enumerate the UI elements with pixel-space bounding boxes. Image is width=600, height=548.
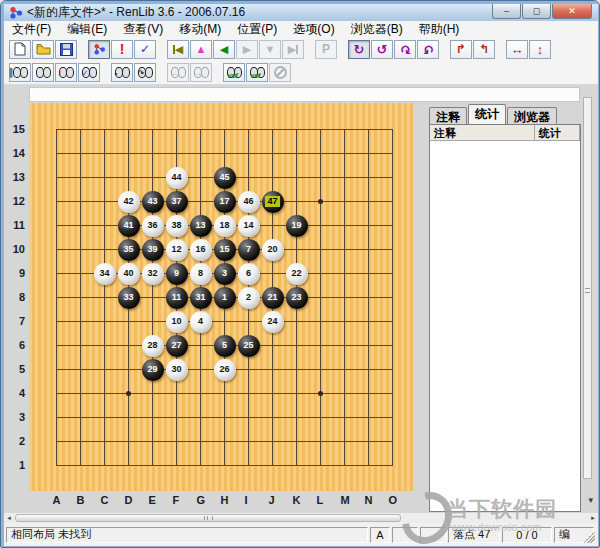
stone-black-23-K8: 23 — [286, 287, 308, 309]
search-position-in-library-button[interactable]: ▌ — [9, 63, 31, 82]
search-continue-button[interactable]: ↷ — [134, 63, 156, 82]
close-button[interactable]: ✕ — [552, 4, 592, 19]
rot-cw-icon: ↻ — [354, 43, 365, 56]
row-label-11: 11 — [5, 219, 25, 231]
menu-item-0[interactable]: 文件(F) — [4, 20, 59, 39]
stone-white-34-C9: 34 — [94, 263, 116, 285]
menu-item-5[interactable]: 选项(O) — [285, 20, 342, 39]
stone-black-27-F6: 27 — [166, 335, 188, 357]
row-label-13: 13 — [5, 171, 25, 183]
to-end-button: ▶ — [282, 40, 304, 59]
panel-list: 注释统计 — [429, 124, 581, 512]
nav-end-icon: ▶ — [288, 44, 298, 55]
status-cell-empty1 — [392, 527, 418, 543]
tri-left-icon: ◀ — [220, 44, 228, 55]
stone-white-6-I9: 6 — [238, 263, 260, 285]
branch-down-button: ▼ — [259, 40, 281, 59]
status-bar: 相同布局 未找到 A 落点 47 0 / 0 编 — [4, 523, 598, 546]
stop-icon — [274, 66, 287, 79]
col-label-O: O — [389, 494, 398, 506]
back-move-button[interactable]: ◀ — [213, 40, 235, 59]
row-label-6: 6 — [5, 339, 25, 351]
rotate-180-button[interactable]: ↻ — [394, 40, 416, 59]
panel-tabs: 注释统计浏览器 — [429, 105, 558, 124]
stone-white-30-F5: 30 — [166, 359, 188, 381]
grid-line-v — [344, 129, 345, 466]
menu-item-7[interactable]: 帮助(H) — [411, 20, 468, 39]
open-library-button[interactable] — [32, 40, 54, 59]
status-cell-move-number: 落点 47 — [448, 527, 500, 543]
row-label-5: 5 — [5, 363, 25, 375]
tri-down-icon: ▼ — [265, 44, 276, 55]
rotate-90-ccw-button[interactable]: ↺ — [371, 40, 393, 59]
list-header-1[interactable]: 统计 — [535, 125, 580, 140]
grid-line-h — [56, 441, 393, 442]
stone-black-19-K11: 19 — [286, 215, 308, 237]
stone-white-10-F7: 10 — [166, 311, 188, 333]
star-point-L12 — [318, 199, 323, 204]
stone-black-21-J8: 21 — [262, 287, 284, 309]
col-label-F: F — [173, 494, 180, 506]
col-label-M: M — [341, 494, 350, 506]
stone-black-13-G11: 13 — [190, 215, 212, 237]
grid-line-h — [56, 465, 393, 466]
row-label-10: 10 — [5, 243, 25, 255]
flip-horizontal-button[interactable]: ↔ — [506, 40, 528, 59]
search-all-positions-button[interactable]: • — [111, 63, 133, 82]
stone-white-46-I12: 46 — [238, 191, 260, 213]
app-icon — [9, 6, 23, 19]
search-previous-button: ← — [167, 63, 189, 82]
scrollbar-grip — [585, 288, 590, 293]
comment-strip — [29, 87, 580, 102]
folder-icon — [36, 43, 51, 55]
star-point-D4 — [126, 391, 131, 396]
resize-grip[interactable] — [583, 531, 595, 543]
branch-up-button[interactable]: ▲ — [190, 40, 212, 59]
tree-icon — [93, 43, 106, 55]
tab-comment[interactable]: 注释 — [429, 107, 467, 124]
check-icon: ✓ — [140, 43, 150, 55]
panel-list-body[interactable] — [430, 141, 580, 511]
tab-statistics[interactable]: 统计 — [468, 104, 506, 124]
stone-black-15-H10: 15 — [214, 239, 236, 261]
game-board[interactable]: 1234567891011121314151617181920212223242… — [29, 103, 413, 491]
stone-black-1-H8: 1 — [214, 287, 236, 309]
grid-line-v — [368, 129, 369, 466]
menu-bar: 文件(F)编辑(E)查看(V)移动(M)位置(P)选项(O)浏览器(B)帮助(H… — [4, 21, 598, 39]
binoculars-icon: • — [115, 67, 130, 77]
stone-white-36-E11: 36 — [142, 215, 164, 237]
bend-left-icon: ↰ — [479, 43, 489, 55]
search-position-button[interactable] — [32, 63, 54, 82]
stone-black-45-H13: 45 — [214, 167, 236, 189]
row-label-3: 3 — [5, 411, 25, 423]
view-library-tree-button[interactable] — [88, 40, 110, 59]
col-label-E: E — [149, 494, 156, 506]
stone-white-4-G7: 4 — [190, 311, 212, 333]
binoculars-icon: → — [194, 67, 209, 77]
floppy-icon — [60, 43, 73, 56]
grid-line-h — [56, 417, 393, 418]
col-label-K: K — [293, 494, 301, 506]
stone-white-44-F13: 44 — [166, 167, 188, 189]
new-library-button[interactable] — [9, 40, 31, 59]
stone-white-2-I8: 2 — [238, 287, 260, 309]
stone-white-20-J10: 20 — [262, 239, 284, 261]
mark-bad-move-button[interactable]: ! — [111, 40, 133, 59]
stone-white-26-H5: 26 — [214, 359, 236, 381]
tab-browser[interactable]: 浏览器 — [507, 107, 557, 124]
save-library-button[interactable] — [55, 40, 77, 59]
row-label-9: 9 — [5, 267, 25, 279]
flip-h-icon: ↔ — [511, 43, 524, 56]
stone-white-40-D9: 40 — [118, 263, 140, 285]
stone-black-47-J12: 47 — [262, 191, 284, 213]
row-label-2: 2 — [5, 435, 25, 447]
stone-white-22-K9: 22 — [286, 263, 308, 285]
minimize-button[interactable]: – — [492, 4, 521, 19]
row-label-15: 15 — [5, 123, 25, 135]
menu-item-1[interactable]: 编辑(E) — [59, 20, 115, 39]
scrollbar-thumb[interactable] — [15, 514, 401, 522]
stone-black-17-H12: 17 — [214, 191, 236, 213]
row-label-7: 7 — [5, 315, 25, 327]
rotate-90-cw-button[interactable]: ↻ — [348, 40, 370, 59]
letter-p-icon: P — [322, 43, 330, 55]
search-vct-button[interactable]: vct — [246, 63, 268, 82]
search-good-moves-button[interactable]: ✓ — [78, 63, 100, 82]
mark-good-move-button[interactable]: ✓ — [134, 40, 156, 59]
stone-black-39-E10: 39 — [142, 239, 164, 261]
binoculars-icon: ▌ — [13, 67, 28, 77]
stone-black-11-F8: 11 — [166, 287, 188, 309]
app-window: <新的库文件>* - RenLib 3.6 - 2006.07.16 – ◻ ✕… — [0, 0, 600, 548]
grid-line-v — [392, 129, 393, 466]
col-label-C: C — [101, 494, 109, 506]
row-label-1: 1 — [5, 459, 25, 471]
binoculars-icon: ! — [59, 67, 74, 77]
rot-270-icon: ↺ — [423, 43, 434, 56]
tri-up-icon: ▲ — [196, 44, 207, 55]
binoculars-icon: ↷ — [138, 67, 153, 77]
menu-item-2[interactable]: 查看(V) — [115, 20, 171, 39]
menu-item-6[interactable]: 浏览器(B) — [343, 20, 411, 39]
exclaim-icon: ! — [120, 42, 125, 56]
col-label-D: D — [125, 494, 133, 506]
stone-white-8-G9: 8 — [190, 263, 212, 285]
col-label-A: A — [53, 494, 61, 506]
grid-line-h — [56, 393, 393, 394]
flip-diagonal-right-button[interactable]: ↱ — [450, 40, 472, 59]
toolbar-main: !✓◀▲◀▶▼▶P↻↺↻↺↱↰↔↕ — [4, 38, 598, 60]
pass-move-button: P — [315, 40, 337, 59]
forward-move-button: ▶ — [236, 40, 258, 59]
panel-list-header: 注释统计 — [430, 125, 580, 141]
rot-ccw-icon: ↺ — [377, 43, 388, 56]
caption-buttons: – ◻ ✕ — [491, 4, 592, 19]
stone-white-12-F10: 12 — [166, 239, 188, 261]
stone-black-5-H6: 5 — [214, 335, 236, 357]
stone-black-37-F12: 37 — [166, 191, 188, 213]
search-bad-moves-button[interactable]: ! — [55, 63, 77, 82]
scroll-left-arrow[interactable]: ◂ — [4, 513, 14, 523]
rotate-270-button[interactable]: ↺ — [417, 40, 439, 59]
status-message: 相同布局 未找到 — [6, 527, 368, 543]
star-point-L4 — [318, 391, 323, 396]
maximize-button[interactable]: ◻ — [522, 4, 551, 19]
stone-white-14-I11: 14 — [238, 215, 260, 237]
grid-line-h — [56, 321, 393, 322]
binoculars-icon: ✓ — [82, 67, 97, 77]
flip-vertical-button[interactable]: ↕ — [529, 40, 551, 59]
flip-diagonal-left-button[interactable]: ↰ — [473, 40, 495, 59]
stone-black-41-D11: 41 — [118, 215, 140, 237]
scroll-right-arrow[interactable]: ▸ — [588, 513, 598, 523]
binoculars-icon: vct — [250, 67, 265, 77]
binoculars-icon: ← — [171, 67, 186, 77]
stone-black-29-E5: 29 — [142, 359, 164, 381]
search-next-button: → — [190, 63, 212, 82]
scrollbar-thumb-grip — [204, 516, 213, 520]
stone-black-33-D8: 33 — [118, 287, 140, 309]
stone-white-24-J7: 24 — [262, 311, 284, 333]
stone-white-18-H11: 18 — [214, 215, 236, 237]
col-label-N: N — [365, 494, 373, 506]
row-label-14: 14 — [5, 147, 25, 159]
col-label-J: J — [269, 494, 275, 506]
right-panel: 注释统计浏览器 注释统计 — [429, 105, 580, 512]
stone-black-35-D10: 35 — [118, 239, 140, 261]
row-label-12: 12 — [5, 195, 25, 207]
stop-search-button — [269, 63, 291, 82]
stone-white-32-E9: 32 — [142, 263, 164, 285]
stone-white-16-G10: 16 — [190, 239, 212, 261]
binoculars-icon — [36, 67, 51, 77]
stone-black-31-G8: 31 — [190, 287, 212, 309]
search-vcf-button[interactable]: vcf — [223, 63, 245, 82]
status-cell-counter: 0 / 0 — [502, 527, 552, 543]
stone-white-28-E6: 28 — [142, 335, 164, 357]
binoculars-icon: vcf — [227, 67, 242, 77]
nav-start-icon: ◀ — [173, 44, 183, 55]
stone-black-43-E12: 43 — [142, 191, 164, 213]
vertical-scrollbar[interactable] — [583, 97, 592, 479]
horizontal-scrollbar[interactable]: ◂ ▸ — [4, 513, 598, 523]
stone-black-25-I6: 25 — [238, 335, 260, 357]
row-label-8: 8 — [5, 291, 25, 303]
menu-item-4[interactable]: 位置(P) — [229, 20, 285, 39]
window-title: <新的库文件>* - RenLib 3.6 - 2006.07.16 — [27, 4, 245, 21]
tri-right-icon: ▶ — [243, 44, 251, 55]
flip-v-icon: ↕ — [537, 43, 544, 56]
stone-black-3-H9: 3 — [214, 263, 236, 285]
stone-white-42-D12: 42 — [118, 191, 140, 213]
stone-black-7-I10: 7 — [238, 239, 260, 261]
status-cell-empty2 — [420, 527, 446, 543]
toolbar-search: ▌!✓•↷←→vcfvct — [4, 60, 598, 85]
status-cell-mode: A — [370, 527, 390, 543]
to-start-button[interactable]: ◀ — [167, 40, 189, 59]
page-icon — [14, 42, 26, 56]
col-label-G: G — [197, 494, 206, 506]
col-label-B: B — [77, 494, 85, 506]
col-label-I: I — [245, 494, 248, 506]
stone-black-9-F9: 9 — [166, 263, 188, 285]
col-label-L: L — [317, 494, 324, 506]
rot-180-icon: ↻ — [400, 43, 411, 56]
client-area: 1234567891011121314151617181920212223242… — [4, 85, 598, 513]
stone-white-38-F11: 38 — [166, 215, 188, 237]
row-label-4: 4 — [5, 387, 25, 399]
col-label-H: H — [221, 494, 229, 506]
menu-item-3[interactable]: 移动(M) — [171, 20, 229, 39]
list-header-0[interactable]: 注释 — [430, 125, 535, 140]
grid-line-v — [320, 129, 321, 466]
bend-right-icon: ↱ — [456, 43, 466, 55]
